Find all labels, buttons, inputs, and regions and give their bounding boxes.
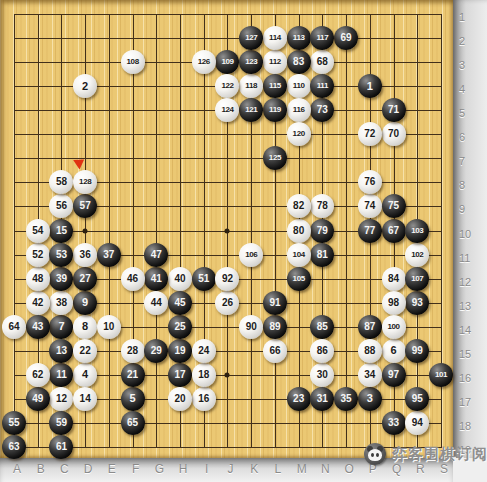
stone-black-3: 3 <box>358 387 382 411</box>
stone-black-109: 109 <box>215 50 239 74</box>
stone-black-75: 75 <box>382 194 406 218</box>
stone-white-86: 86 <box>310 339 334 363</box>
stone-black-93: 93 <box>405 291 429 315</box>
column-label-I: I <box>197 462 217 476</box>
stone-white-112: 112 <box>263 50 287 74</box>
stone-white-6: 6 <box>382 339 406 363</box>
row-label-11: 11 <box>459 252 481 264</box>
stone-white-48: 48 <box>26 267 50 291</box>
stone-black-99: 99 <box>405 339 429 363</box>
stone-white-2: 2 <box>73 74 97 98</box>
stone-black-89: 89 <box>263 315 287 339</box>
stone-white-24: 24 <box>192 339 216 363</box>
column-label-C: C <box>54 462 74 476</box>
row-label-14: 14 <box>459 324 481 336</box>
stone-white-52: 52 <box>26 243 50 267</box>
stone-black-51: 51 <box>192 267 216 291</box>
stone-black-9: 9 <box>73 291 97 315</box>
stone-white-38: 38 <box>49 291 73 315</box>
stone-white-36: 36 <box>73 243 97 267</box>
stone-black-107: 107 <box>405 267 429 291</box>
stone-black-105: 105 <box>287 267 311 291</box>
stone-white-102: 102 <box>405 243 429 267</box>
stone-black-87: 87 <box>358 315 382 339</box>
row-label-4: 4 <box>459 83 481 95</box>
stone-black-1: 1 <box>358 74 382 98</box>
stone-black-31: 31 <box>310 387 334 411</box>
row-label-5: 5 <box>459 107 481 119</box>
stone-black-23: 23 <box>287 387 311 411</box>
stone-black-21: 21 <box>121 363 145 387</box>
stone-black-65: 65 <box>121 411 145 435</box>
stone-white-104: 104 <box>287 243 311 267</box>
stone-white-124: 124 <box>215 98 239 122</box>
column-label-G: G <box>149 462 169 476</box>
stone-white-126: 126 <box>192 50 216 74</box>
stone-white-22: 22 <box>73 339 97 363</box>
stone-white-84: 84 <box>382 267 406 291</box>
stone-white-46: 46 <box>121 267 145 291</box>
column-label-F: F <box>126 462 146 476</box>
stone-white-34: 34 <box>358 363 382 387</box>
stone-white-62: 62 <box>26 363 50 387</box>
stone-white-118: 118 <box>239 74 263 98</box>
stone-white-106: 106 <box>239 243 263 267</box>
star-point <box>225 228 230 233</box>
go-board[interactable]: 1234567891011121314151617181920212223242… <box>0 0 453 458</box>
stone-black-15: 15 <box>49 219 73 243</box>
row-label-13: 13 <box>459 300 481 312</box>
stone-white-8: 8 <box>73 315 97 339</box>
stone-black-45: 45 <box>168 291 192 315</box>
stone-white-12: 12 <box>49 387 73 411</box>
stone-black-13: 13 <box>49 339 73 363</box>
stone-white-120: 120 <box>287 122 311 146</box>
stone-white-100: 100 <box>382 315 406 339</box>
column-label-K: K <box>244 462 264 476</box>
stone-black-79: 79 <box>310 219 334 243</box>
stone-black-61: 61 <box>49 435 73 459</box>
row-label-7: 7 <box>459 155 481 167</box>
stone-black-85: 85 <box>310 315 334 339</box>
row-label-17: 17 <box>459 396 481 408</box>
row-label-18: 18 <box>459 420 481 432</box>
stone-white-42: 42 <box>26 291 50 315</box>
stone-black-83: 83 <box>287 50 311 74</box>
stone-black-63: 63 <box>2 435 26 459</box>
stone-white-76: 76 <box>358 170 382 194</box>
stone-white-54: 54 <box>26 219 50 243</box>
stone-white-110: 110 <box>287 74 311 98</box>
stone-black-55: 55 <box>2 411 26 435</box>
stone-white-68: 68 <box>310 50 334 74</box>
stone-black-53: 53 <box>49 243 73 267</box>
stone-black-67: 67 <box>382 219 406 243</box>
stone-white-40: 40 <box>168 267 192 291</box>
row-label-3: 3 <box>459 59 481 71</box>
stone-black-121: 121 <box>239 98 263 122</box>
watermark-text: 弈客围棋订阅号 <box>392 445 487 464</box>
stone-white-74: 74 <box>358 194 382 218</box>
stone-white-88: 88 <box>358 339 382 363</box>
row-label-9: 9 <box>459 203 481 215</box>
stone-black-123: 123 <box>239 50 263 74</box>
star-point <box>225 372 230 377</box>
stone-white-98: 98 <box>382 291 406 315</box>
stone-black-81: 81 <box>310 243 334 267</box>
row-label-15: 15 <box>459 348 481 360</box>
stone-black-97: 97 <box>382 363 406 387</box>
stone-black-103: 103 <box>405 219 429 243</box>
stone-black-113: 113 <box>287 26 311 50</box>
stone-black-59: 59 <box>49 411 73 435</box>
stone-black-35: 35 <box>334 387 358 411</box>
stone-black-33: 33 <box>382 411 406 435</box>
stone-white-10: 10 <box>97 315 121 339</box>
stone-black-71: 71 <box>382 98 406 122</box>
column-label-L: L <box>268 462 288 476</box>
go-kifu-screenshot: 1234567891011121314151617181920212223242… <box>0 0 487 482</box>
column-label-B: B <box>31 462 51 476</box>
stone-black-47: 47 <box>144 243 168 267</box>
column-label-D: D <box>78 462 98 476</box>
stone-black-37: 37 <box>97 243 121 267</box>
column-label-H: H <box>173 462 193 476</box>
row-label-10: 10 <box>459 228 481 240</box>
stone-white-128: 128 <box>73 170 97 194</box>
column-label-A: A <box>7 462 27 476</box>
stone-black-73: 73 <box>310 98 334 122</box>
stone-black-11: 11 <box>49 363 73 387</box>
row-label-1: 1 <box>459 11 481 23</box>
column-label-M: M <box>292 462 312 476</box>
stone-white-114: 114 <box>263 26 287 50</box>
row-label-16: 16 <box>459 372 481 384</box>
column-label-J: J <box>220 462 240 476</box>
stone-white-90: 90 <box>239 315 263 339</box>
column-label-N: N <box>315 462 335 476</box>
stone-black-69: 69 <box>334 26 358 50</box>
stone-white-26: 26 <box>215 291 239 315</box>
stone-white-64: 64 <box>2 315 26 339</box>
stone-white-28: 28 <box>121 339 145 363</box>
row-label-12: 12 <box>459 276 481 288</box>
stone-black-25: 25 <box>168 315 192 339</box>
stone-white-92: 92 <box>215 267 239 291</box>
stone-black-39: 39 <box>49 267 73 291</box>
stone-white-72: 72 <box>358 122 382 146</box>
row-label-8: 8 <box>459 179 481 191</box>
stone-black-57: 57 <box>73 194 97 218</box>
stone-black-127: 127 <box>239 26 263 50</box>
stone-white-58: 58 <box>49 170 73 194</box>
stone-white-80: 80 <box>287 219 311 243</box>
stone-black-43: 43 <box>26 315 50 339</box>
stone-white-56: 56 <box>49 194 73 218</box>
stone-black-77: 77 <box>358 219 382 243</box>
stone-black-125: 125 <box>263 146 287 170</box>
stone-white-108: 108 <box>121 50 145 74</box>
column-label-E: E <box>102 462 122 476</box>
stone-white-94: 94 <box>405 411 429 435</box>
stone-black-101: 101 <box>429 363 453 387</box>
stone-white-44: 44 <box>144 291 168 315</box>
stone-white-70: 70 <box>382 122 406 146</box>
stone-black-5: 5 <box>121 387 145 411</box>
row-label-6: 6 <box>459 131 481 143</box>
stone-black-95: 95 <box>405 387 429 411</box>
column-label-O: O <box>339 462 359 476</box>
stone-white-78: 78 <box>310 194 334 218</box>
stone-white-122: 122 <box>215 74 239 98</box>
stone-white-82: 82 <box>287 194 311 218</box>
stone-white-18: 18 <box>192 363 216 387</box>
stone-black-41: 41 <box>144 267 168 291</box>
stone-black-27: 27 <box>73 267 97 291</box>
stone-black-17: 17 <box>168 363 192 387</box>
stone-black-115: 115 <box>263 74 287 98</box>
stone-black-91: 91 <box>263 291 287 315</box>
stone-black-49: 49 <box>26 387 50 411</box>
stone-white-116: 116 <box>287 98 311 122</box>
stone-white-4: 4 <box>73 363 97 387</box>
stone-white-30: 30 <box>310 363 334 387</box>
stone-black-7: 7 <box>49 315 73 339</box>
stone-white-66: 66 <box>263 339 287 363</box>
stone-black-19: 19 <box>168 339 192 363</box>
stone-white-16: 16 <box>192 387 216 411</box>
stone-white-14: 14 <box>73 387 97 411</box>
stone-black-119: 119 <box>263 98 287 122</box>
stone-black-117: 117 <box>310 26 334 50</box>
stone-black-111: 111 <box>310 74 334 98</box>
panda-logo-icon <box>364 443 386 465</box>
stone-black-29: 29 <box>144 339 168 363</box>
row-label-2: 2 <box>459 35 481 47</box>
star-point <box>83 228 88 233</box>
stone-white-20: 20 <box>168 387 192 411</box>
watermark: 弈客围棋订阅号 <box>364 443 487 465</box>
